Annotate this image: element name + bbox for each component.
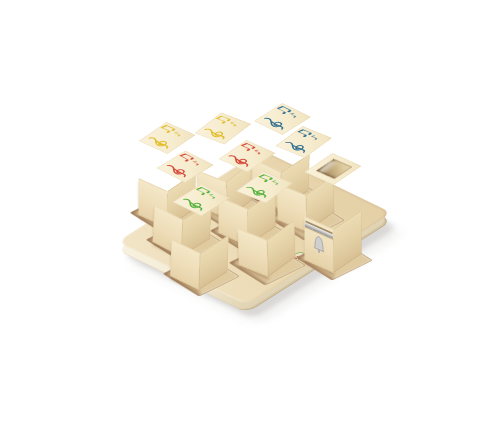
open-box-cavity xyxy=(316,159,353,180)
treble-clef-icon xyxy=(143,134,179,153)
eighth-note-icon: ♪ xyxy=(206,193,219,200)
treble-clef-icon xyxy=(161,162,197,181)
eighth-note-icon: ♪ xyxy=(227,120,240,127)
cube-top-face-r1c1: ♫♪ xyxy=(139,122,196,154)
eighth-note-icon: ♪ xyxy=(251,148,264,155)
treble-clef-icon xyxy=(258,114,294,133)
treble-clef-icon xyxy=(199,125,235,143)
eighth-note-icon: ♪ xyxy=(171,130,184,137)
eighth-note-icon: ♪ xyxy=(269,179,282,186)
acrylic-glare xyxy=(318,161,338,174)
treble-clef-icon xyxy=(223,152,259,171)
bell-icon xyxy=(313,231,324,260)
product-photo-scene: masterkidz ♫♪♫♪♫♪♫♪♫♪♫♪♫♪♫♪ xyxy=(0,0,502,430)
treble-clef-icon xyxy=(279,138,315,156)
eighth-note-icon: ♪ xyxy=(190,159,203,166)
eighth-note-icon: ♪ xyxy=(287,112,300,119)
eighth-note-icon: ♪ xyxy=(308,134,321,141)
cube-top-face-r1c2: ♫♪ xyxy=(195,113,252,145)
